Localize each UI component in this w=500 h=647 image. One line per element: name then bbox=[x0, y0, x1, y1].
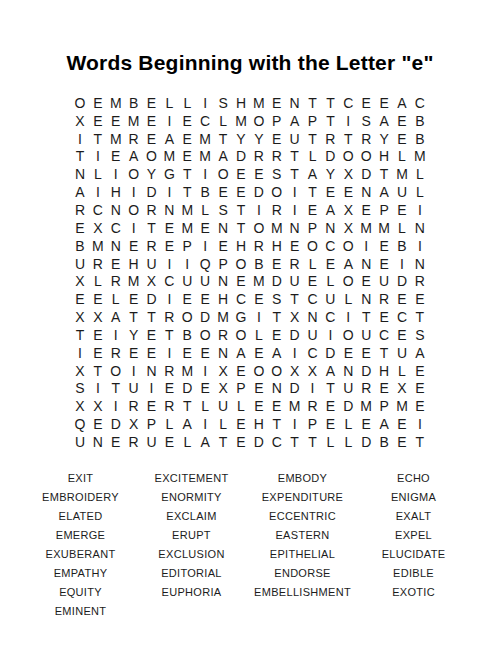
grid-cell[interactable]: I bbox=[304, 380, 322, 398]
grid-cell[interactable]: O bbox=[125, 165, 143, 183]
grid-cell[interactable]: E bbox=[375, 380, 393, 398]
grid-cell[interactable]: L bbox=[89, 165, 107, 183]
grid-cell[interactable]: E bbox=[125, 290, 143, 308]
grid-cell[interactable]: L bbox=[304, 148, 322, 166]
grid-cell[interactable]: P bbox=[304, 219, 322, 237]
grid-cell[interactable]: E bbox=[107, 148, 125, 166]
grid-cell[interactable]: M bbox=[196, 148, 214, 166]
grid-cell[interactable]: O bbox=[339, 237, 357, 255]
grid-cell[interactable]: S bbox=[357, 112, 375, 130]
grid-cell[interactable]: E bbox=[89, 344, 107, 362]
grid-cell[interactable]: O bbox=[232, 255, 250, 273]
grid-cell[interactable]: X bbox=[286, 308, 304, 326]
grid-cell[interactable]: T bbox=[107, 380, 125, 398]
grid-cell[interactable]: N bbox=[321, 219, 339, 237]
grid-cell[interactable]: O bbox=[125, 201, 143, 219]
grid-cell[interactable]: I bbox=[196, 237, 214, 255]
grid-cell[interactable]: E bbox=[357, 344, 375, 362]
grid-cell[interactable]: E bbox=[375, 255, 393, 273]
grid-cell[interactable]: P bbox=[143, 415, 161, 433]
grid-cell[interactable]: H bbox=[125, 255, 143, 273]
grid-cell[interactable]: C bbox=[304, 290, 322, 308]
grid-cell[interactable]: E bbox=[339, 183, 357, 201]
grid-cell[interactable]: N bbox=[71, 165, 89, 183]
grid-cell[interactable]: I bbox=[160, 183, 178, 201]
grid-cell[interactable]: O bbox=[71, 94, 89, 112]
grid-cell[interactable]: D bbox=[143, 183, 161, 201]
grid-cell[interactable]: I bbox=[178, 255, 196, 273]
grid-cell[interactable]: C bbox=[375, 326, 393, 344]
grid-cell[interactable]: D bbox=[196, 308, 214, 326]
grid-cell[interactable]: D bbox=[250, 433, 268, 451]
grid-cell[interactable]: N bbox=[107, 201, 125, 219]
grid-cell[interactable]: T bbox=[304, 433, 322, 451]
grid-cell[interactable]: E bbox=[250, 397, 268, 415]
grid-cell[interactable]: T bbox=[178, 183, 196, 201]
grid-cell[interactable]: X bbox=[143, 272, 161, 290]
grid-cell[interactable]: U bbox=[71, 255, 89, 273]
grid-cell[interactable]: E bbox=[393, 112, 411, 130]
grid-cell[interactable]: E bbox=[250, 380, 268, 398]
grid-cell[interactable]: I bbox=[286, 183, 304, 201]
grid-cell[interactable]: I bbox=[321, 326, 339, 344]
grid-cell[interactable]: U bbox=[125, 380, 143, 398]
grid-cell[interactable]: X bbox=[339, 219, 357, 237]
grid-cell[interactable]: R bbox=[214, 326, 232, 344]
grid-cell[interactable]: O bbox=[232, 326, 250, 344]
grid-cell[interactable]: O bbox=[178, 308, 196, 326]
grid-cell[interactable]: A bbox=[196, 433, 214, 451]
grid-cell[interactable]: I bbox=[250, 308, 268, 326]
grid-cell[interactable]: H bbox=[375, 148, 393, 166]
grid-cell[interactable]: H bbox=[375, 362, 393, 380]
grid-cell[interactable]: U bbox=[143, 433, 161, 451]
grid-cell[interactable]: X bbox=[339, 201, 357, 219]
grid-cell[interactable]: E bbox=[71, 290, 89, 308]
grid-cell[interactable]: Y bbox=[250, 130, 268, 148]
grid-cell[interactable]: M bbox=[375, 219, 393, 237]
grid-cell[interactable]: E bbox=[214, 237, 232, 255]
grid-cell[interactable]: Y bbox=[232, 130, 250, 148]
grid-cell[interactable]: E bbox=[411, 362, 429, 380]
grid-cell[interactable]: O bbox=[357, 148, 375, 166]
grid-cell[interactable]: T bbox=[71, 326, 89, 344]
grid-cell[interactable]: E bbox=[304, 272, 322, 290]
grid-cell[interactable]: A bbox=[71, 183, 89, 201]
grid-cell[interactable]: M bbox=[357, 397, 375, 415]
grid-cell[interactable]: A bbox=[268, 344, 286, 362]
grid-cell[interactable]: O bbox=[339, 326, 357, 344]
grid-cell[interactable]: T bbox=[178, 165, 196, 183]
grid-cell[interactable]: L bbox=[178, 94, 196, 112]
grid-cell[interactable]: N bbox=[143, 362, 161, 380]
grid-cell[interactable]: R bbox=[160, 362, 178, 380]
grid-cell[interactable]: M bbox=[196, 130, 214, 148]
grid-cell[interactable]: U bbox=[375, 272, 393, 290]
grid-cell[interactable]: M bbox=[250, 272, 268, 290]
grid-cell[interactable]: I bbox=[160, 290, 178, 308]
grid-cell[interactable]: P bbox=[268, 112, 286, 130]
grid-cell[interactable]: X bbox=[71, 272, 89, 290]
grid-cell[interactable]: E bbox=[89, 326, 107, 344]
grid-cell[interactable]: E bbox=[304, 201, 322, 219]
grid-cell[interactable]: B bbox=[178, 326, 196, 344]
grid-cell[interactable]: E bbox=[393, 201, 411, 219]
grid-cell[interactable]: R bbox=[143, 237, 161, 255]
grid-cell[interactable]: E bbox=[143, 326, 161, 344]
grid-cell[interactable]: O bbox=[339, 272, 357, 290]
grid-cell[interactable]: A bbox=[321, 362, 339, 380]
grid-cell[interactable]: C bbox=[321, 237, 339, 255]
grid-cell[interactable]: X bbox=[304, 362, 322, 380]
grid-cell[interactable]: M bbox=[160, 148, 178, 166]
grid-cell[interactable]: E bbox=[178, 112, 196, 130]
grid-cell[interactable]: L bbox=[250, 326, 268, 344]
grid-cell[interactable]: D bbox=[286, 380, 304, 398]
grid-cell[interactable]: U bbox=[196, 272, 214, 290]
grid-cell[interactable]: H bbox=[232, 237, 250, 255]
grid-cell[interactable]: T bbox=[321, 112, 339, 130]
grid-cell[interactable]: R bbox=[321, 130, 339, 148]
grid-cell[interactable]: M bbox=[232, 112, 250, 130]
grid-cell[interactable]: U bbox=[393, 183, 411, 201]
grid-cell[interactable]: O bbox=[268, 362, 286, 380]
grid-cell[interactable]: E bbox=[375, 94, 393, 112]
grid-cell[interactable]: E bbox=[268, 94, 286, 112]
grid-cell[interactable]: N bbox=[268, 380, 286, 398]
grid-cell[interactable]: I bbox=[107, 165, 125, 183]
grid-cell[interactable]: T bbox=[232, 219, 250, 237]
grid-cell[interactable]: T bbox=[286, 165, 304, 183]
grid-cell[interactable]: X bbox=[125, 415, 143, 433]
grid-cell[interactable]: Y bbox=[375, 130, 393, 148]
grid-cell[interactable]: D bbox=[268, 272, 286, 290]
grid-cell[interactable]: S bbox=[214, 201, 232, 219]
grid-cell[interactable]: R bbox=[268, 201, 286, 219]
grid-cell[interactable]: A bbox=[178, 415, 196, 433]
grid-cell[interactable]: L bbox=[339, 433, 357, 451]
grid-cell[interactable]: H bbox=[250, 415, 268, 433]
grid-cell[interactable]: R bbox=[125, 397, 143, 415]
grid-cell[interactable]: I bbox=[196, 94, 214, 112]
grid-cell[interactable]: I bbox=[196, 165, 214, 183]
grid-cell[interactable]: T bbox=[411, 433, 429, 451]
grid-cell[interactable]: E bbox=[232, 415, 250, 433]
grid-cell[interactable]: E bbox=[196, 219, 214, 237]
grid-cell[interactable]: R bbox=[286, 255, 304, 273]
grid-cell[interactable]: R bbox=[107, 344, 125, 362]
grid-cell[interactable]: S bbox=[214, 94, 232, 112]
grid-cell[interactable]: L bbox=[393, 362, 411, 380]
grid-cell[interactable]: T bbox=[160, 326, 178, 344]
grid-cell[interactable]: I bbox=[286, 201, 304, 219]
grid-cell[interactable]: D bbox=[357, 362, 375, 380]
grid-cell[interactable]: E bbox=[393, 130, 411, 148]
grid-cell[interactable]: M bbox=[178, 201, 196, 219]
grid-cell[interactable]: C bbox=[304, 344, 322, 362]
grid-cell[interactable]: N bbox=[357, 290, 375, 308]
grid-cell[interactable]: R bbox=[304, 397, 322, 415]
grid-cell[interactable]: L bbox=[214, 415, 232, 433]
grid-cell[interactable]: R bbox=[89, 255, 107, 273]
grid-cell[interactable]: R bbox=[160, 397, 178, 415]
grid-cell[interactable]: E bbox=[321, 397, 339, 415]
grid-cell[interactable]: E bbox=[196, 380, 214, 398]
grid-cell[interactable]: I bbox=[339, 308, 357, 326]
grid-cell[interactable]: D bbox=[321, 344, 339, 362]
grid-cell[interactable]: P bbox=[178, 237, 196, 255]
grid-cell[interactable]: O bbox=[143, 148, 161, 166]
grid-cell[interactable]: L bbox=[160, 94, 178, 112]
grid-cell[interactable]: R bbox=[250, 237, 268, 255]
grid-cell[interactable]: T bbox=[321, 94, 339, 112]
grid-cell[interactable]: T bbox=[286, 433, 304, 451]
grid-cell[interactable]: E bbox=[232, 165, 250, 183]
grid-cell[interactable]: M bbox=[411, 148, 429, 166]
grid-cell[interactable]: N bbox=[89, 433, 107, 451]
grid-cell[interactable]: N bbox=[214, 219, 232, 237]
grid-cell[interactable]: E bbox=[125, 237, 143, 255]
grid-cell[interactable]: B bbox=[125, 94, 143, 112]
grid-cell[interactable]: M bbox=[286, 397, 304, 415]
grid-cell[interactable]: I bbox=[411, 237, 429, 255]
grid-cell[interactable]: U bbox=[143, 255, 161, 273]
grid-cell[interactable]: G bbox=[160, 165, 178, 183]
grid-cell[interactable]: L bbox=[321, 433, 339, 451]
grid-cell[interactable]: T bbox=[286, 148, 304, 166]
grid-cell[interactable]: B bbox=[411, 112, 429, 130]
grid-cell[interactable]: A bbox=[304, 165, 322, 183]
grid-cell[interactable]: T bbox=[143, 219, 161, 237]
grid-cell[interactable]: D bbox=[339, 397, 357, 415]
grid-cell[interactable]: E bbox=[178, 148, 196, 166]
grid-cell[interactable]: C bbox=[321, 308, 339, 326]
grid-cell[interactable]: E bbox=[143, 397, 161, 415]
grid-cell[interactable]: L bbox=[411, 165, 429, 183]
grid-cell[interactable]: M bbox=[107, 94, 125, 112]
grid-cell[interactable]: L bbox=[214, 112, 232, 130]
grid-cell[interactable]: M bbox=[357, 219, 375, 237]
grid-cell[interactable]: E bbox=[107, 255, 125, 273]
grid-cell[interactable]: A bbox=[339, 255, 357, 273]
grid-cell[interactable]: O bbox=[250, 362, 268, 380]
grid-cell[interactable]: L bbox=[107, 290, 125, 308]
grid-cell[interactable]: T bbox=[375, 344, 393, 362]
grid-cell[interactable]: D bbox=[143, 290, 161, 308]
grid-cell[interactable]: O bbox=[107, 362, 125, 380]
grid-cell[interactable]: O bbox=[304, 237, 322, 255]
grid-cell[interactable]: I bbox=[357, 237, 375, 255]
grid-cell[interactable]: N bbox=[214, 272, 232, 290]
grid-cell[interactable]: E bbox=[393, 326, 411, 344]
grid-cell[interactable]: L bbox=[339, 290, 357, 308]
grid-cell[interactable]: T bbox=[375, 165, 393, 183]
grid-cell[interactable]: R bbox=[357, 380, 375, 398]
grid-cell[interactable]: R bbox=[125, 433, 143, 451]
grid-cell[interactable]: T bbox=[339, 130, 357, 148]
grid-cell[interactable]: T bbox=[304, 183, 322, 201]
grid-cell[interactable]: H bbox=[107, 183, 125, 201]
grid-cell[interactable]: E bbox=[411, 397, 429, 415]
grid-cell[interactable]: T bbox=[304, 130, 322, 148]
grid-cell[interactable]: X bbox=[71, 112, 89, 130]
grid-cell[interactable]: L bbox=[160, 415, 178, 433]
grid-cell[interactable]: P bbox=[232, 380, 250, 398]
grid-cell[interactable]: E bbox=[89, 112, 107, 130]
grid-cell[interactable]: L bbox=[321, 272, 339, 290]
grid-cell[interactable]: T bbox=[411, 308, 429, 326]
grid-cell[interactable]: L bbox=[339, 415, 357, 433]
grid-cell[interactable]: E bbox=[250, 344, 268, 362]
grid-cell[interactable]: E bbox=[393, 433, 411, 451]
grid-cell[interactable]: I bbox=[286, 415, 304, 433]
grid-cell[interactable]: E bbox=[393, 415, 411, 433]
grid-cell[interactable]: B bbox=[196, 183, 214, 201]
grid-cell[interactable]: G bbox=[232, 308, 250, 326]
grid-cell[interactable]: X bbox=[214, 362, 232, 380]
grid-cell[interactable]: U bbox=[304, 326, 322, 344]
grid-cell[interactable]: I bbox=[160, 112, 178, 130]
grid-cell[interactable]: P bbox=[375, 201, 393, 219]
grid-cell[interactable]: L bbox=[411, 183, 429, 201]
grid-cell[interactable]: C bbox=[232, 290, 250, 308]
grid-cell[interactable]: D bbox=[250, 183, 268, 201]
grid-cell[interactable]: X bbox=[393, 380, 411, 398]
grid-cell[interactable]: Q bbox=[71, 415, 89, 433]
grid-cell[interactable]: X bbox=[71, 362, 89, 380]
grid-cell[interactable]: I bbox=[107, 397, 125, 415]
grid-cell[interactable]: T bbox=[268, 308, 286, 326]
grid-cell[interactable]: M bbox=[393, 165, 411, 183]
grid-cell[interactable]: A bbox=[375, 183, 393, 201]
grid-cell[interactable]: E bbox=[143, 94, 161, 112]
grid-cell[interactable]: I bbox=[286, 344, 304, 362]
grid-cell[interactable]: X bbox=[71, 397, 89, 415]
grid-cell[interactable]: X bbox=[71, 308, 89, 326]
grid-cell[interactable]: E bbox=[339, 344, 357, 362]
grid-cell[interactable]: D bbox=[321, 148, 339, 166]
grid-cell[interactable]: S bbox=[268, 165, 286, 183]
grid-cell[interactable]: E bbox=[196, 344, 214, 362]
grid-cell[interactable]: U bbox=[339, 380, 357, 398]
grid-cell[interactable]: M bbox=[214, 308, 232, 326]
grid-cell[interactable]: E bbox=[232, 272, 250, 290]
grid-cell[interactable]: E bbox=[357, 94, 375, 112]
grid-cell[interactable]: M bbox=[125, 112, 143, 130]
grid-cell[interactable]: I bbox=[196, 362, 214, 380]
grid-cell[interactable]: D bbox=[286, 326, 304, 344]
grid-cell[interactable]: R bbox=[107, 272, 125, 290]
grid-cell[interactable]: X bbox=[286, 362, 304, 380]
grid-cell[interactable]: A bbox=[125, 148, 143, 166]
grid-cell[interactable]: N bbox=[286, 94, 304, 112]
grid-cell[interactable]: L bbox=[393, 148, 411, 166]
grid-cell[interactable]: E bbox=[286, 237, 304, 255]
grid-cell[interactable]: E bbox=[232, 362, 250, 380]
grid-cell[interactable]: I bbox=[125, 362, 143, 380]
grid-cell[interactable]: B bbox=[411, 130, 429, 148]
grid-cell[interactable]: S bbox=[411, 326, 429, 344]
grid-cell[interactable]: E bbox=[321, 415, 339, 433]
grid-cell[interactable]: I bbox=[71, 344, 89, 362]
grid-cell[interactable]: N bbox=[357, 255, 375, 273]
grid-cell[interactable]: E bbox=[71, 219, 89, 237]
grid-cell[interactable]: I bbox=[143, 380, 161, 398]
grid-cell[interactable]: H bbox=[214, 290, 232, 308]
grid-cell[interactable]: T bbox=[232, 201, 250, 219]
grid-cell[interactable]: Y bbox=[125, 326, 143, 344]
grid-cell[interactable]: E bbox=[375, 308, 393, 326]
grid-cell[interactable]: N bbox=[339, 362, 357, 380]
grid-cell[interactable]: B bbox=[393, 237, 411, 255]
grid-cell[interactable]: E bbox=[214, 183, 232, 201]
grid-cell[interactable]: U bbox=[286, 130, 304, 148]
grid-cell[interactable]: E bbox=[357, 272, 375, 290]
grid-cell[interactable]: E bbox=[411, 290, 429, 308]
grid-cell[interactable]: U bbox=[178, 272, 196, 290]
grid-cell[interactable]: E bbox=[232, 433, 250, 451]
grid-cell[interactable]: A bbox=[411, 344, 429, 362]
grid-cell[interactable]: I bbox=[71, 130, 89, 148]
grid-cell[interactable]: I bbox=[393, 255, 411, 273]
grid-cell[interactable]: T bbox=[286, 290, 304, 308]
grid-cell[interactable]: I bbox=[107, 326, 125, 344]
grid-cell[interactable]: E bbox=[250, 165, 268, 183]
grid-cell[interactable]: A bbox=[214, 148, 232, 166]
grid-cell[interactable]: S bbox=[71, 380, 89, 398]
grid-cell[interactable]: R bbox=[125, 130, 143, 148]
grid-cell[interactable]: E bbox=[160, 219, 178, 237]
grid-cell[interactable]: A bbox=[107, 308, 125, 326]
grid-cell[interactable]: A bbox=[286, 112, 304, 130]
grid-cell[interactable]: X bbox=[214, 380, 232, 398]
grid-cell[interactable]: E bbox=[160, 433, 178, 451]
grid-cell[interactable]: A bbox=[393, 94, 411, 112]
grid-cell[interactable]: T bbox=[214, 433, 232, 451]
grid-cell[interactable]: P bbox=[214, 255, 232, 273]
grid-cell[interactable]: E bbox=[125, 344, 143, 362]
grid-cell[interactable]: I bbox=[339, 112, 357, 130]
grid-cell[interactable]: X bbox=[89, 219, 107, 237]
grid-cell[interactable]: T bbox=[214, 130, 232, 148]
grid-cell[interactable]: D bbox=[107, 415, 125, 433]
grid-cell[interactable]: N bbox=[411, 255, 429, 273]
grid-cell[interactable]: H bbox=[232, 94, 250, 112]
grid-cell[interactable]: D bbox=[357, 433, 375, 451]
grid-cell[interactable]: O bbox=[250, 219, 268, 237]
grid-cell[interactable]: L bbox=[304, 255, 322, 273]
grid-cell[interactable]: U bbox=[286, 272, 304, 290]
grid-cell[interactable]: E bbox=[160, 237, 178, 255]
grid-cell[interactable]: C bbox=[268, 433, 286, 451]
grid-cell[interactable]: I bbox=[250, 201, 268, 219]
grid-cell[interactable]: T bbox=[321, 380, 339, 398]
grid-cell[interactable]: M bbox=[178, 362, 196, 380]
grid-cell[interactable]: A bbox=[321, 201, 339, 219]
grid-cell[interactable]: M bbox=[125, 272, 143, 290]
grid-cell[interactable]: E bbox=[250, 290, 268, 308]
grid-cell[interactable]: X bbox=[89, 308, 107, 326]
grid-cell[interactable]: N bbox=[411, 219, 429, 237]
grid-cell[interactable]: U bbox=[71, 433, 89, 451]
grid-cell[interactable]: O bbox=[196, 326, 214, 344]
grid-cell[interactable]: C bbox=[393, 308, 411, 326]
grid-cell[interactable]: C bbox=[411, 94, 429, 112]
grid-cell[interactable]: U bbox=[214, 397, 232, 415]
grid-cell[interactable]: R bbox=[160, 308, 178, 326]
grid-cell[interactable]: C bbox=[339, 94, 357, 112]
grid-cell[interactable]: E bbox=[196, 290, 214, 308]
